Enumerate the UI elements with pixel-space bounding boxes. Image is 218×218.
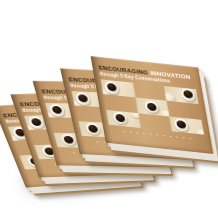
coffee-surface: [87, 124, 98, 132]
cover-cell-coffee-photo: [106, 110, 140, 128]
coffee-surface: [183, 90, 194, 99]
coffee-cup-icon: [112, 111, 128, 125]
product-photo: ENCOURAGINGINNOVATION through 5 Key Conv…: [0, 0, 218, 218]
coffee-cup-icon: [180, 88, 196, 102]
coffee-surface: [51, 106, 63, 114]
cover-cell-plain: [138, 113, 172, 131]
cover-cell-coffee-photo: [170, 116, 204, 134]
coffee-surface: [77, 94, 88, 102]
coffee-surface: [146, 102, 157, 111]
cover-photo-grid: [101, 79, 204, 134]
booklet-front-cover: ENCOURAGINGINNOVATION through 5 Key Conv…: [91, 56, 214, 154]
booklet: ENCOURAGINGINNOVATION through 5 Key Conv…: [91, 56, 214, 154]
coffee-surface: [176, 120, 187, 129]
coffee-surface: [115, 113, 126, 122]
coffee-cup-icon: [174, 118, 190, 132]
coffee-surface: [30, 118, 42, 126]
coffee-cup-icon: [85, 122, 101, 135]
saucer-icon: [196, 129, 204, 135]
coffee-surface: [106, 83, 117, 92]
coffee-surface: [63, 135, 75, 143]
booklet-stack: ENCOURAGINGINNOVATION through 5 Key Conv…: [0, 0, 218, 218]
coffee-cup-icon: [144, 100, 160, 114]
